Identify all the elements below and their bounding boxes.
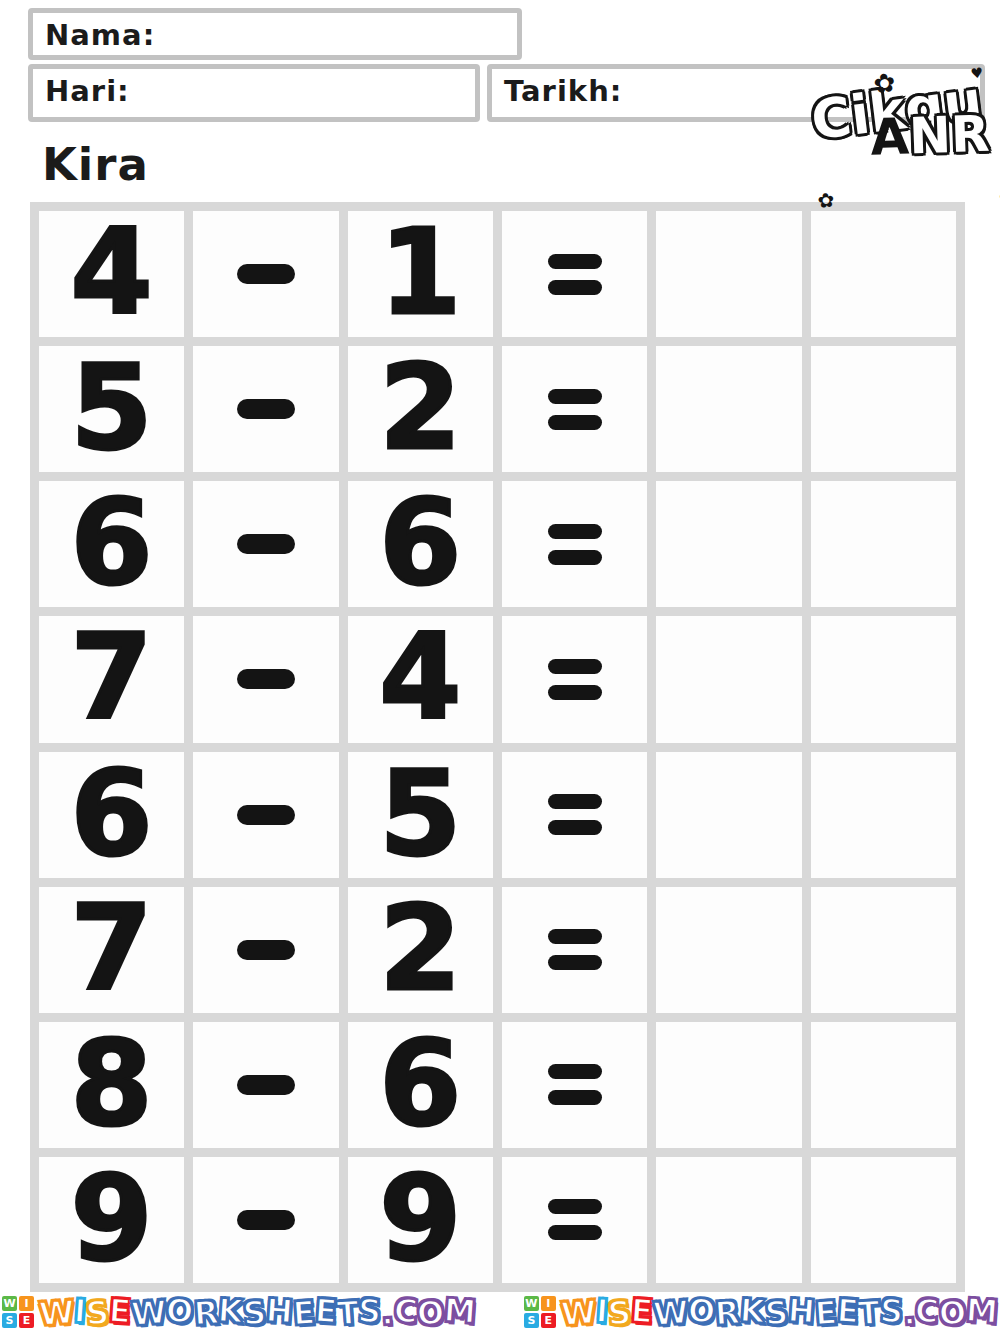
equals-bar <box>548 524 602 539</box>
minuend-cell: 6 <box>39 752 184 878</box>
watermark-letter: S <box>357 1292 383 1330</box>
operator-cell <box>193 211 338 337</box>
equals-bar <box>548 1199 602 1214</box>
equals-bar <box>548 955 602 970</box>
subtrahend-digit: 1 <box>379 213 461 335</box>
subtrahend-cell: 2 <box>348 887 493 1013</box>
watermark-letter: S <box>607 1294 633 1332</box>
watermark-letter: K <box>217 1292 244 1330</box>
worksheet-page: Nama: Hari: Tarikh: Kira ✿ ✿ ♥ ♥ Cikgu A… <box>0 0 1000 1333</box>
work-cell <box>811 481 956 607</box>
equals-sign <box>548 1199 602 1240</box>
logo-letter-a: A <box>869 108 910 167</box>
watermark-letter: K <box>739 1292 766 1330</box>
watermark-letter: W <box>130 1294 168 1332</box>
equals-bar <box>548 280 602 295</box>
watermark-letter: S <box>764 1294 790 1332</box>
answer-cell[interactable] <box>656 752 801 878</box>
minus-sign <box>237 1075 295 1095</box>
subtrahend-digit: 2 <box>379 889 461 1011</box>
work-cell <box>811 346 956 472</box>
nama-field[interactable]: Nama: <box>28 8 522 60</box>
equals-bar <box>548 1064 602 1079</box>
operator-cell <box>193 346 338 472</box>
equals-bar <box>548 659 602 674</box>
operator-cell <box>193 1157 338 1283</box>
equals-bar <box>548 685 602 700</box>
subtrahend-digit: 5 <box>379 754 461 876</box>
subtrahend-cell: 4 <box>348 616 493 742</box>
equals-sign <box>548 659 602 700</box>
equals-sign <box>548 254 602 295</box>
page-title: Kira <box>42 138 149 191</box>
equals-cell <box>502 752 647 878</box>
equals-bar <box>548 254 602 269</box>
answer-cell[interactable] <box>656 887 801 1013</box>
answer-cell[interactable] <box>656 211 801 337</box>
watermark-text: WISEWORKSHEETS.COM <box>39 1294 476 1330</box>
heart-icon: ♥ <box>970 64 984 81</box>
watermark-letter: E <box>292 1294 316 1331</box>
minus-sign <box>237 669 295 689</box>
minuend-cell: 7 <box>39 616 184 742</box>
equals-cell <box>502 616 647 742</box>
watermark-letter: M <box>443 1292 477 1330</box>
logo-text-anr: ANR <box>870 108 998 162</box>
minuend-cell: 9 <box>39 1157 184 1283</box>
watermark-letter: O <box>165 1292 195 1330</box>
operator-cell <box>193 887 338 1013</box>
tarikh-label: Tarikh: <box>504 74 622 108</box>
minuend-digit: 7 <box>71 889 153 1011</box>
answer-cell[interactable] <box>656 616 801 742</box>
wise-logo-grid: WISE <box>524 1296 556 1328</box>
equals-bar <box>548 820 602 835</box>
minus-sign <box>237 399 295 419</box>
wise-logo-square: I <box>541 1296 556 1311</box>
hari-field[interactable]: Hari: <box>28 64 480 122</box>
watermark-letter: H <box>265 1292 294 1330</box>
minuend-digit: 9 <box>71 1159 153 1281</box>
operator-cell <box>193 1022 338 1148</box>
cikgu-anr-logo: ✿ ✿ ♥ ♥ Cikgu ANR <box>809 73 1000 226</box>
watermark-letter: O <box>938 1294 968 1332</box>
wise-logo-square: I <box>19 1296 34 1311</box>
operator-cell <box>193 481 338 607</box>
work-cell <box>811 752 956 878</box>
work-cell <box>811 211 956 337</box>
subtrahend-digit: 9 <box>379 1159 461 1281</box>
wise-logo-square: E <box>19 1313 34 1328</box>
equals-cell <box>502 211 647 337</box>
equals-bar <box>548 550 602 565</box>
subtrahend-cell: 9 <box>348 1157 493 1283</box>
watermark-letter: E <box>108 1292 132 1329</box>
minuend-cell: 8 <box>39 1022 184 1148</box>
subtrahend-cell: 6 <box>348 481 493 607</box>
work-cell <box>811 616 956 742</box>
equals-bar <box>548 929 602 944</box>
minus-sign <box>237 940 295 960</box>
wise-logo-square: W <box>2 1296 17 1311</box>
equals-cell <box>502 1157 647 1283</box>
equals-bar <box>548 415 602 430</box>
equals-sign <box>548 929 602 970</box>
watermark-letter: S <box>879 1292 905 1330</box>
watermark-instance: WISEWISEWORKSHEETS.COM <box>524 1294 998 1330</box>
watermark-letter: E <box>630 1292 654 1329</box>
watermark-letter: S <box>85 1294 111 1332</box>
watermark-letter: S <box>242 1294 268 1332</box>
wise-logo-square: S <box>524 1313 539 1328</box>
subtrahend-cell: 1 <box>348 211 493 337</box>
answer-cell[interactable] <box>656 1157 801 1283</box>
minus-sign <box>237 264 295 284</box>
equals-cell <box>502 346 647 472</box>
watermark-letter: T <box>857 1294 881 1331</box>
subtrahend-digit: 6 <box>379 483 461 605</box>
work-cell <box>811 1157 956 1283</box>
watermark-letter: E <box>814 1294 838 1331</box>
equals-cell <box>502 1022 647 1148</box>
answer-cell[interactable] <box>656 1022 801 1148</box>
work-cell <box>811 1022 956 1148</box>
subtrahend-digit: 6 <box>379 1024 461 1146</box>
equals-sign <box>548 524 602 565</box>
wise-logo-square: W <box>524 1296 539 1311</box>
operator-cell <box>193 752 338 878</box>
minus-sign <box>237 534 295 554</box>
watermark-letter: R <box>714 1294 741 1332</box>
subtrahend-digit: 4 <box>379 618 461 740</box>
watermark-letter: W <box>38 1294 76 1332</box>
equals-sign <box>548 794 602 835</box>
equals-sign <box>548 1064 602 1105</box>
wise-logo-square: S <box>2 1313 17 1328</box>
equals-bar <box>548 794 602 809</box>
wise-logo-grid: WISE <box>2 1296 34 1328</box>
flower-icon: ✿ <box>816 187 836 213</box>
problems-grid: 4152667465728699 <box>30 202 965 1292</box>
minuend-cell: 6 <box>39 481 184 607</box>
minuend-digit: 8 <box>71 1024 153 1146</box>
minus-sign <box>237 1210 295 1230</box>
watermark-letter: W <box>560 1294 598 1332</box>
operator-cell <box>193 616 338 742</box>
equals-bar <box>548 389 602 404</box>
watermark-text: WISEWORKSHEETS.COM <box>561 1294 998 1330</box>
watermark-letter: O <box>687 1292 717 1330</box>
minuend-digit: 4 <box>71 213 153 335</box>
minuend-cell: 4 <box>39 211 184 337</box>
equals-bar <box>548 1225 602 1240</box>
equals-cell <box>502 887 647 1013</box>
minuend-digit: 6 <box>71 754 153 876</box>
wise-logo-square: E <box>541 1313 556 1328</box>
watermark-bar: WISEWISEWORKSHEETS.COMWISEWISEWORKSHEETS… <box>0 1293 1000 1331</box>
equals-bar <box>548 1090 602 1105</box>
watermark-letter: R <box>192 1294 219 1332</box>
subtrahend-digit: 2 <box>379 348 461 470</box>
flower-icon: ✿ <box>872 67 897 99</box>
watermark-letter: C <box>914 1292 940 1330</box>
subtrahend-cell: 6 <box>348 1022 493 1148</box>
equals-sign <box>548 389 602 430</box>
equals-cell <box>502 481 647 607</box>
minus-sign <box>237 805 295 825</box>
minuend-digit: 5 <box>71 348 153 470</box>
minuend-digit: 7 <box>71 618 153 740</box>
watermark-letter: W <box>652 1294 690 1332</box>
watermark-instance: WISEWISEWORKSHEETS.COM <box>2 1294 476 1330</box>
minuend-cell: 7 <box>39 887 184 1013</box>
logo-letters-nr: NR <box>908 105 990 166</box>
watermark-letter: C <box>392 1292 418 1330</box>
subtrahend-cell: 2 <box>348 346 493 472</box>
watermark-letter: H <box>787 1292 816 1330</box>
watermark-letter: O <box>416 1294 446 1332</box>
nama-label: Nama: <box>45 18 155 52</box>
answer-cell[interactable] <box>656 346 801 472</box>
answer-cell[interactable] <box>656 481 801 607</box>
minuend-cell: 5 <box>39 346 184 472</box>
watermark-letter: M <box>965 1292 999 1330</box>
minuend-digit: 6 <box>71 483 153 605</box>
watermark-letter: E <box>314 1292 338 1329</box>
work-cell <box>811 887 956 1013</box>
hari-label: Hari: <box>45 74 130 108</box>
subtrahend-cell: 5 <box>348 752 493 878</box>
